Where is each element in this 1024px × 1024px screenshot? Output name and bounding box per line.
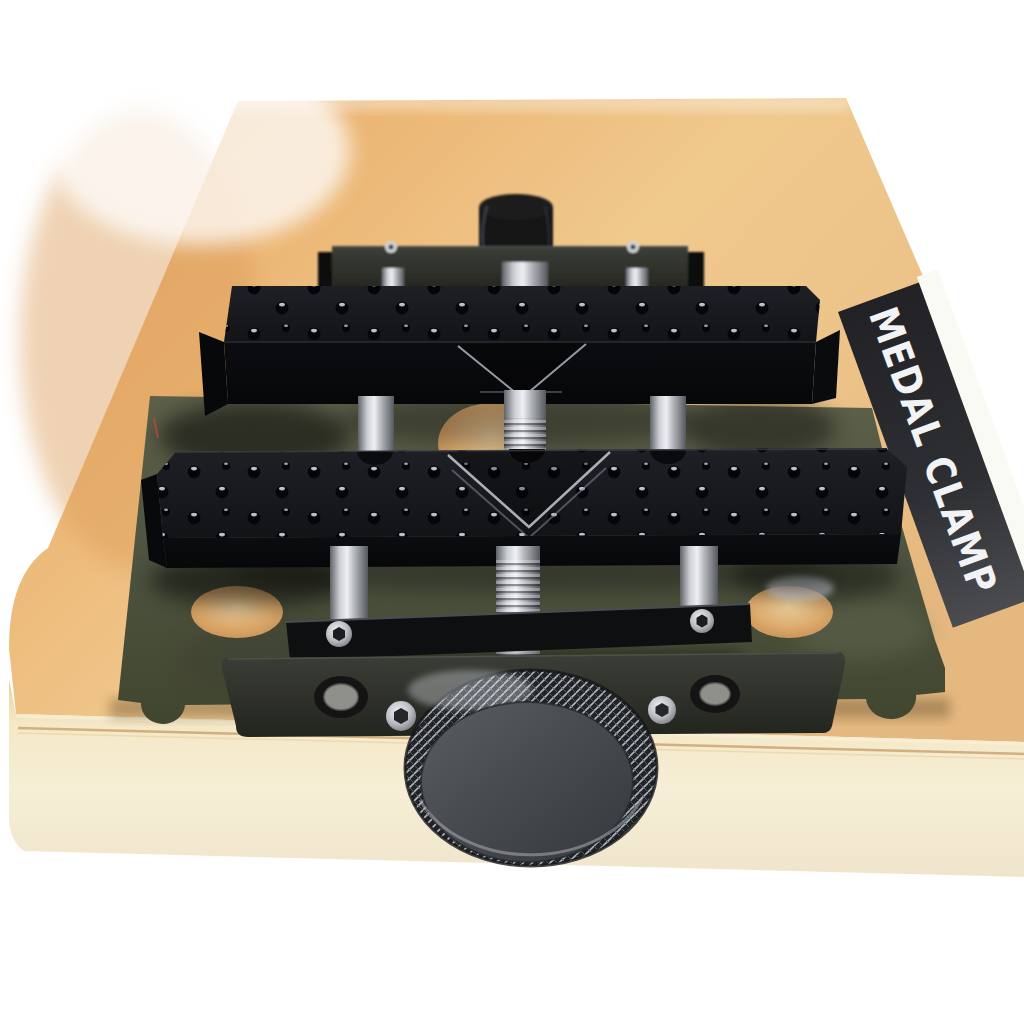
rear-bracket-screw-left-socket xyxy=(389,245,394,250)
product-photo-scene: MEDAL CLAMP xyxy=(0,0,1024,1024)
medal-clamp-photo: MEDAL CLAMP xyxy=(0,0,1024,1024)
rear-knob xyxy=(479,194,553,251)
box-top-edge-glow xyxy=(230,96,850,110)
guide-rod-right-upper xyxy=(650,396,686,458)
guide-rod-left-upper xyxy=(358,396,394,458)
knurled-knob xyxy=(405,670,657,866)
rear-jaw-hole-pattern xyxy=(224,286,820,342)
box-top-overexposed-corner xyxy=(50,55,350,245)
rear-bracket-screw-right-socket xyxy=(631,245,636,250)
